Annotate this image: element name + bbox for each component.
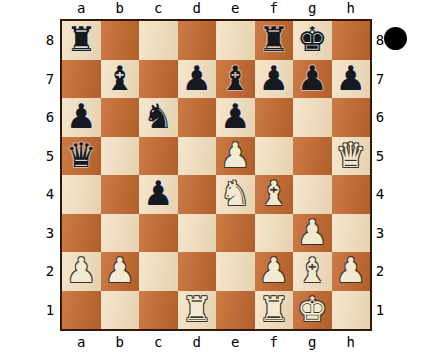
black-rook-icon: ♜	[259, 22, 289, 56]
black-pawn-icon: ♟	[336, 61, 366, 95]
square-g1[interactable]: ♚	[293, 291, 332, 330]
square-d8[interactable]	[178, 21, 217, 60]
white-queen-icon: ♛	[336, 138, 366, 172]
white-pawn-icon: ♟	[66, 253, 96, 287]
white-king-icon: ♚	[297, 292, 327, 326]
square-c5[interactable]	[139, 137, 178, 176]
square-a5[interactable]: ♛	[62, 137, 101, 176]
square-h2[interactable]: ♟	[332, 252, 371, 291]
square-f7[interactable]: ♟	[255, 60, 294, 99]
square-a4[interactable]	[62, 175, 101, 214]
square-b8[interactable]	[101, 21, 140, 60]
black-queen-icon: ♛	[66, 138, 96, 172]
white-pawn-icon: ♟	[105, 253, 135, 287]
rank-label-2-left: 2	[42, 252, 58, 291]
square-e3[interactable]	[216, 214, 255, 253]
square-d4[interactable]	[178, 175, 217, 214]
square-c6[interactable]: ♞	[139, 98, 178, 137]
rank-label-1-left: 1	[42, 291, 58, 330]
white-knight-icon: ♞	[220, 176, 250, 210]
square-f2[interactable]: ♟	[255, 252, 294, 291]
rank-label-3-right: 3	[372, 214, 388, 253]
rank-label-3-left: 3	[42, 214, 58, 253]
square-a8[interactable]: ♜	[62, 21, 101, 60]
square-g5[interactable]	[293, 137, 332, 176]
rank-label-4-right: 4	[372, 175, 388, 214]
file-label-e-bottom: e	[216, 334, 255, 351]
rank-label-6-left: 6	[42, 98, 58, 137]
square-h5[interactable]: ♛	[332, 137, 371, 176]
square-f3[interactable]	[255, 214, 294, 253]
square-f8[interactable]: ♜	[255, 21, 294, 60]
file-labels-bottom: abcdefgh	[62, 334, 370, 351]
black-bishop-icon: ♝	[105, 61, 135, 95]
rank-label-6-right: 6	[372, 98, 388, 137]
square-b7[interactable]: ♝	[101, 60, 140, 99]
square-a6[interactable]: ♟	[62, 98, 101, 137]
black-pawn-icon: ♟	[182, 61, 212, 95]
black-pawn-icon: ♟	[297, 61, 327, 95]
square-h6[interactable]	[332, 98, 371, 137]
file-label-e-top: e	[216, 0, 255, 17]
square-g8[interactable]: ♚	[293, 21, 332, 60]
black-pawn-icon: ♟	[143, 176, 173, 210]
file-label-f-bottom: f	[255, 334, 294, 351]
square-c1[interactable]	[139, 291, 178, 330]
rank-label-2-right: 2	[372, 252, 388, 291]
black-rook-icon: ♜	[66, 22, 96, 56]
square-e2[interactable]	[216, 252, 255, 291]
white-pawn-icon: ♟	[259, 253, 289, 287]
square-f6[interactable]	[255, 98, 294, 137]
rank-label-5-left: 5	[42, 137, 58, 176]
white-rook-icon: ♜	[259, 292, 289, 326]
file-label-b-bottom: b	[101, 334, 140, 351]
black-king-icon: ♚	[297, 22, 327, 56]
white-rook-icon: ♜	[182, 292, 212, 326]
square-a3[interactable]	[62, 214, 101, 253]
square-b6[interactable]	[101, 98, 140, 137]
file-label-d-top: d	[178, 0, 217, 17]
square-g7[interactable]: ♟	[293, 60, 332, 99]
square-h1[interactable]	[332, 291, 371, 330]
black-pawn-icon: ♟	[66, 99, 96, 133]
rank-label-1-right: 1	[372, 291, 388, 330]
square-h4[interactable]	[332, 175, 371, 214]
square-e7[interactable]: ♝	[216, 60, 255, 99]
file-labels-top: abcdefgh	[62, 0, 370, 17]
square-g6[interactable]	[293, 98, 332, 137]
square-c3[interactable]	[139, 214, 178, 253]
white-bishop-icon: ♝	[297, 253, 327, 287]
square-h3[interactable]	[332, 214, 371, 253]
square-a1[interactable]	[62, 291, 101, 330]
rank-label-4-left: 4	[42, 175, 58, 214]
file-label-c-top: c	[139, 0, 178, 17]
square-f4[interactable]: ♝	[255, 175, 294, 214]
square-g3[interactable]: ♟	[293, 214, 332, 253]
square-d5[interactable]	[178, 137, 217, 176]
square-e6[interactable]: ♟	[216, 98, 255, 137]
white-pawn-icon: ♟	[297, 215, 327, 249]
file-label-f-top: f	[255, 0, 294, 17]
square-e1[interactable]	[216, 291, 255, 330]
rank-labels-left: 87654321	[42, 21, 58, 329]
square-g2[interactable]: ♝	[293, 252, 332, 291]
square-d2[interactable]	[178, 252, 217, 291]
file-label-h-bottom: h	[332, 334, 371, 351]
square-d6[interactable]	[178, 98, 217, 137]
square-h8[interactable]	[332, 21, 371, 60]
file-label-a-bottom: a	[62, 334, 101, 351]
chess-diagram: abcdefgh 87654321 ♜♜♚♝♟♝♟♟♟♟♞♟♛♟♛♟♞♝♟♟♟♟…	[0, 0, 424, 352]
square-d1[interactable]: ♜	[178, 291, 217, 330]
square-e8[interactable]	[216, 21, 255, 60]
side-to-move-indicator	[384, 27, 407, 50]
square-e4[interactable]: ♞	[216, 175, 255, 214]
square-f5[interactable]	[255, 137, 294, 176]
black-bishop-icon: ♝	[220, 61, 250, 95]
square-c7[interactable]	[139, 60, 178, 99]
white-bishop-icon: ♝	[259, 176, 289, 210]
file-label-c-bottom: c	[139, 334, 178, 351]
black-pawn-icon: ♟	[220, 99, 250, 133]
white-pawn-icon: ♟	[220, 138, 250, 172]
rank-label-5-right: 5	[372, 137, 388, 176]
square-c2[interactable]	[139, 252, 178, 291]
black-pawn-icon: ♟	[259, 61, 289, 95]
square-b5[interactable]	[101, 137, 140, 176]
square-b2[interactable]: ♟	[101, 252, 140, 291]
rank-label-8-left: 8	[42, 21, 58, 60]
black-knight-icon: ♞	[143, 99, 173, 133]
file-label-g-top: g	[293, 0, 332, 17]
square-d3[interactable]	[178, 214, 217, 253]
file-label-d-bottom: d	[178, 334, 217, 351]
square-f1[interactable]: ♜	[255, 291, 294, 330]
square-h7[interactable]: ♟	[332, 60, 371, 99]
square-g4[interactable]	[293, 175, 332, 214]
file-label-h-top: h	[332, 0, 371, 17]
rank-label-7-right: 7	[372, 60, 388, 99]
rank-labels-right: 87654321	[372, 21, 388, 329]
square-b4[interactable]	[101, 175, 140, 214]
square-b1[interactable]	[101, 291, 140, 330]
square-a2[interactable]: ♟	[62, 252, 101, 291]
file-label-a-top: a	[62, 0, 101, 17]
square-c4[interactable]: ♟	[139, 175, 178, 214]
rank-label-7-left: 7	[42, 60, 58, 99]
chess-board: ♜♜♚♝♟♝♟♟♟♟♞♟♛♟♛♟♞♝♟♟♟♟♝♟♜♜♚	[60, 19, 372, 331]
square-d7[interactable]: ♟	[178, 60, 217, 99]
square-c8[interactable]	[139, 21, 178, 60]
square-e5[interactable]: ♟	[216, 137, 255, 176]
white-pawn-icon: ♟	[336, 253, 366, 287]
file-label-g-bottom: g	[293, 334, 332, 351]
square-a7[interactable]	[62, 60, 101, 99]
file-label-b-top: b	[101, 0, 140, 17]
square-b3[interactable]	[101, 214, 140, 253]
